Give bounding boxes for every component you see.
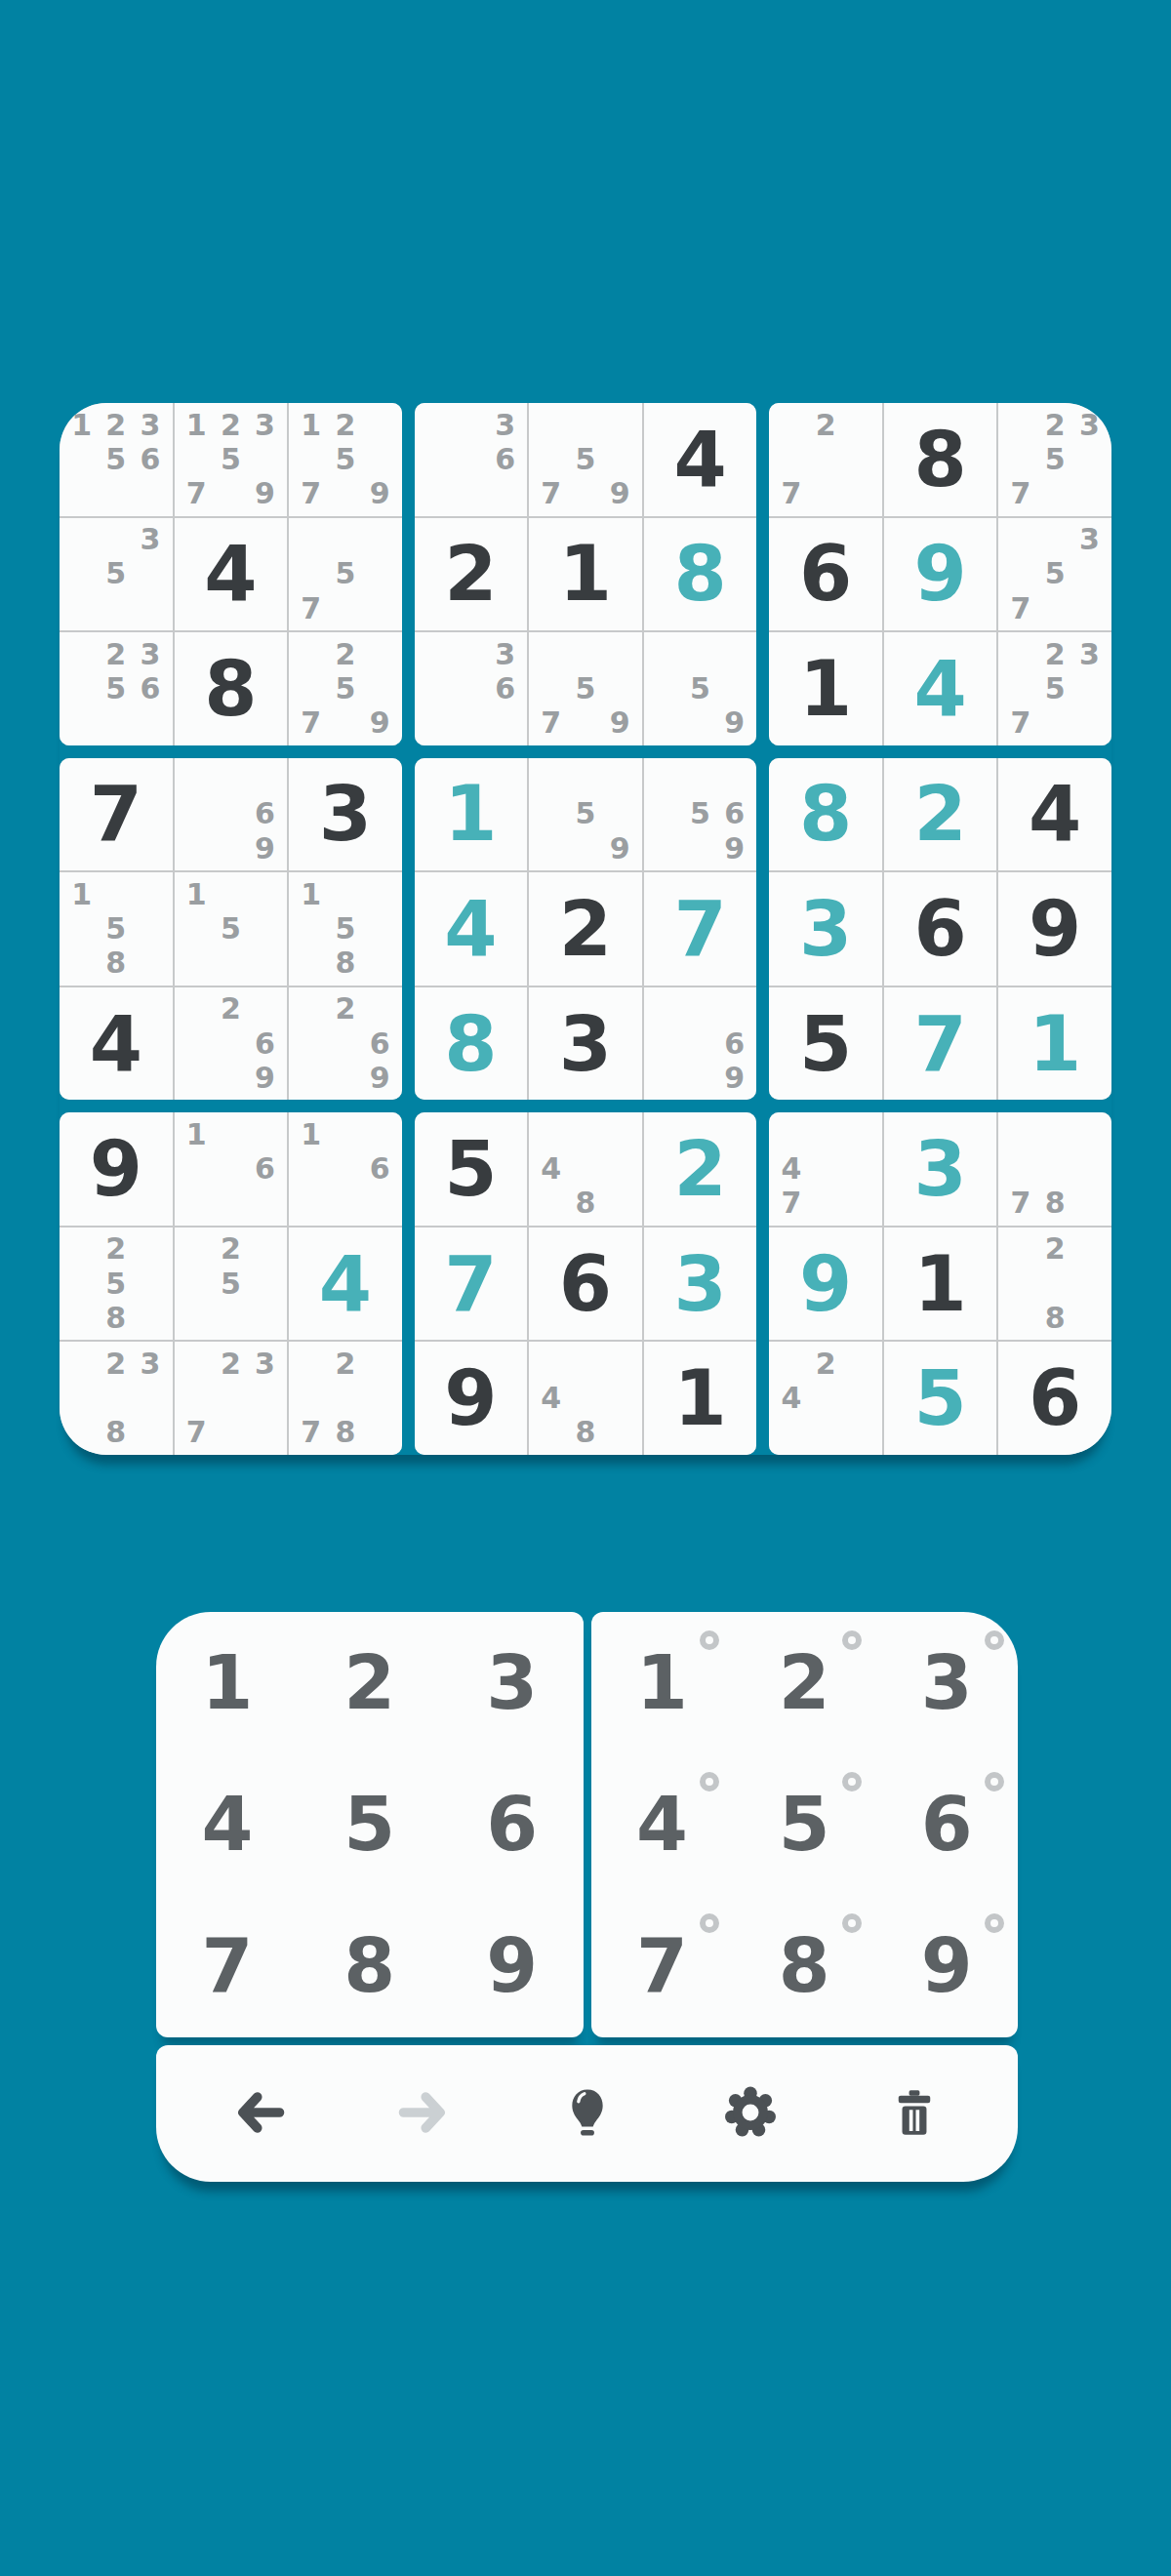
note-digit: 5 (568, 442, 602, 476)
cell-r8c6[interactable]: 3 (644, 1228, 757, 1341)
cell-r4c6[interactable]: 569 (644, 758, 757, 871)
note-digit (534, 831, 568, 865)
note-digit (328, 1152, 362, 1187)
cell-r1c4[interactable]: 36 (415, 403, 528, 516)
note-digit (180, 1026, 214, 1061)
note-digit: 1 (294, 1117, 328, 1151)
note-digit (362, 523, 396, 557)
note-digit (133, 591, 167, 625)
pencil-notes: 2357 (1003, 408, 1107, 511)
note-digit: 7 (774, 1187, 808, 1221)
cell-r3c4[interactable]: 36 (415, 632, 528, 745)
cell-r2c2[interactable]: 4 (175, 518, 288, 631)
note-digit (420, 705, 454, 740)
note-ring-icon (842, 1772, 862, 1791)
note-digit (133, 1267, 167, 1301)
note-digit (683, 1026, 717, 1061)
undo-arrow-icon (232, 2088, 287, 2140)
pad-digit: 2 (779, 1646, 830, 1720)
note-digit: 9 (603, 831, 637, 865)
cell-r8c1[interactable]: 258 (60, 1228, 173, 1341)
note-digit (683, 1061, 717, 1095)
notepad-key-7[interactable]: 7 (591, 1896, 734, 2037)
pencil-notes: 36 (420, 408, 523, 511)
cell-r3c8[interactable]: 4 (884, 632, 997, 745)
cell-r8c5[interactable]: 6 (529, 1228, 642, 1341)
note-digit (809, 1117, 843, 1151)
note-digit (180, 797, 214, 831)
given-digit: 9 (1029, 891, 1081, 967)
note-digit (214, 1382, 248, 1416)
note-digit (328, 591, 362, 625)
note-digit: 8 (568, 1187, 602, 1221)
given-digit: 6 (914, 891, 967, 967)
cell-r6c3[interactable]: 269 (289, 987, 402, 1101)
note-digit (248, 992, 282, 1026)
note-digit: 8 (1038, 1187, 1072, 1221)
redo-button[interactable] (392, 2082, 455, 2145)
cell-r7c9[interactable]: 78 (998, 1112, 1111, 1226)
note-digit: 6 (133, 671, 167, 705)
note-digit: 2 (99, 1347, 133, 1381)
cell-r3c9[interactable]: 2357 (998, 632, 1111, 745)
note-digit (568, 831, 602, 865)
note-digit (64, 1301, 99, 1335)
note-digit: 5 (214, 442, 248, 476)
cell-r1c1[interactable]: 12356 (60, 403, 173, 516)
note-digit (64, 1382, 99, 1416)
note-digit (1072, 1301, 1107, 1335)
note-digit (420, 637, 454, 671)
note-digit: 5 (683, 671, 717, 705)
cell-r2c4[interactable]: 2 (415, 518, 528, 631)
cell-r5c5[interactable]: 2 (529, 872, 642, 986)
cell-r8c7[interactable]: 9 (769, 1228, 882, 1341)
cell-r5c4[interactable]: 4 (415, 872, 528, 986)
cell-r3c3[interactable]: 2579 (289, 632, 402, 745)
note-digit: 1 (180, 408, 214, 442)
cell-r6c1[interactable]: 4 (60, 987, 173, 1101)
note-digit: 9 (248, 1061, 282, 1095)
given-digit: 3 (319, 776, 372, 852)
note-digit (362, 877, 396, 911)
cell-r4c8[interactable]: 2 (884, 758, 997, 871)
cell-r1c7[interactable]: 27 (769, 403, 882, 516)
note-digit (180, 831, 214, 865)
cell-r6c4[interactable]: 8 (415, 987, 528, 1101)
note-digit (649, 637, 683, 671)
cell-r5c9[interactable]: 9 (998, 872, 1111, 986)
given-digit: 4 (90, 1006, 142, 1082)
cell-r6c6[interactable]: 69 (644, 987, 757, 1101)
numpad-key-3[interactable]: 3 (441, 1612, 584, 1753)
cell-r4c5[interactable]: 59 (529, 758, 642, 871)
note-digit: 3 (133, 408, 167, 442)
note-digit (534, 1117, 568, 1151)
note-digit (568, 1382, 602, 1416)
cell-r2c6[interactable]: 8 (644, 518, 757, 631)
given-digit: 2 (559, 891, 612, 967)
cell-r2c7[interactable]: 6 (769, 518, 882, 631)
pencil-notes: 2579 (294, 637, 397, 741)
note-digit: 7 (774, 476, 808, 510)
numpad-key-1[interactable]: 1 (156, 1612, 299, 1753)
numpad-key-9[interactable]: 9 (441, 1896, 584, 2037)
numpad-key-6[interactable]: 6 (441, 1753, 584, 1895)
note-digit (133, 476, 167, 510)
note-digit (214, 476, 248, 510)
note-ring-icon (700, 1772, 719, 1791)
cell-r6c2[interactable]: 269 (175, 987, 288, 1101)
note-digit (180, 1061, 214, 1095)
note-digit (774, 408, 808, 442)
cell-r7c4[interactable]: 5 (415, 1112, 528, 1226)
cell-r9c1[interactable]: 238 (60, 1342, 173, 1455)
cell-r4c9[interactable]: 4 (998, 758, 1111, 871)
note-digit: 5 (328, 442, 362, 476)
note-digit: 7 (1003, 591, 1037, 625)
notepad-key-2[interactable]: 2 (733, 1612, 875, 1753)
note-digit (133, 946, 167, 981)
note-digit: 3 (1072, 408, 1107, 442)
pencil-notes: 59 (534, 763, 637, 866)
cell-r9c3[interactable]: 278 (289, 1342, 402, 1455)
cell-r1c9[interactable]: 2357 (998, 403, 1111, 516)
cell-r5c6[interactable]: 7 (644, 872, 757, 986)
note-digit (603, 763, 637, 797)
pencil-notes: 16 (180, 1117, 283, 1221)
cell-r1c5[interactable]: 579 (529, 403, 642, 516)
cell-r3c1[interactable]: 2356 (60, 632, 173, 745)
note-digit (180, 763, 214, 797)
note-digit: 9 (362, 705, 396, 740)
note-digit: 5 (99, 911, 133, 946)
cell-r7c5[interactable]: 48 (529, 1112, 642, 1226)
note-ring-icon (700, 1913, 719, 1933)
cell-r7c8[interactable]: 3 (884, 1112, 997, 1226)
entered-digit: 2 (914, 776, 967, 852)
given-digit: 5 (444, 1131, 497, 1207)
notepad-key-1[interactable]: 1 (591, 1612, 734, 1753)
cell-r9c6[interactable]: 1 (644, 1342, 757, 1455)
notepad-key-4[interactable]: 4 (591, 1753, 734, 1895)
cell-r9c8[interactable]: 5 (884, 1342, 997, 1455)
cell-r4c1[interactable]: 7 (60, 758, 173, 871)
note-digit (843, 1347, 877, 1381)
note-digit (99, 705, 133, 740)
cell-r9c9[interactable]: 6 (998, 1342, 1111, 1455)
cell-r1c3[interactable]: 12579 (289, 403, 402, 516)
cell-r2c5[interactable]: 1 (529, 518, 642, 631)
note-digit (362, 946, 396, 981)
pencil-notes: 238 (64, 1347, 168, 1450)
note-digit: 5 (99, 442, 133, 476)
entered-digit: 9 (799, 1246, 852, 1322)
note-digit: 7 (1003, 1187, 1037, 1221)
notepad-key-8[interactable]: 8 (733, 1896, 875, 2037)
note-digit: 2 (1038, 637, 1072, 671)
note-digit: 6 (488, 442, 522, 476)
cell-r6c5[interactable]: 3 (529, 987, 642, 1101)
note-digit (64, 442, 99, 476)
note-digit: 2 (214, 408, 248, 442)
entered-digit: 5 (914, 1360, 967, 1436)
note-digit (809, 1416, 843, 1450)
cell-r1c8[interactable]: 8 (884, 403, 997, 516)
cell-r3c6[interactable]: 59 (644, 632, 757, 745)
note-digit (649, 992, 683, 1026)
note-digit (362, 637, 396, 671)
settings-button[interactable] (719, 2082, 782, 2145)
cell-r9c2[interactable]: 237 (175, 1342, 288, 1455)
cell-r3c7[interactable]: 1 (769, 632, 882, 745)
cell-r9c4[interactable]: 9 (415, 1342, 528, 1455)
note-digit (454, 476, 488, 510)
note-digit (568, 705, 602, 740)
cell-r9c5[interactable]: 48 (529, 1342, 642, 1455)
note-digit (454, 408, 488, 442)
note-digit (488, 476, 522, 510)
note-digit: 8 (99, 1301, 133, 1335)
cell-r8c8[interactable]: 1 (884, 1228, 997, 1341)
cell-r2c1[interactable]: 35 (60, 518, 173, 631)
note-digit (180, 1347, 214, 1381)
note-digit: 9 (603, 705, 637, 740)
note-digit: 6 (248, 1026, 282, 1061)
note-digit: 3 (133, 637, 167, 671)
pencil-notes: 15 (180, 877, 283, 981)
note-digit (603, 797, 637, 831)
note-digit: 9 (248, 831, 282, 865)
pencil-notes: 47 (774, 1117, 877, 1221)
note-digit: 9 (603, 476, 637, 510)
cell-r7c6[interactable]: 2 (644, 1112, 757, 1226)
note-digit (454, 671, 488, 705)
given-digit: 7 (90, 776, 142, 852)
note-digit (603, 408, 637, 442)
note-digit (1038, 1117, 1072, 1151)
given-digit: 4 (1029, 776, 1081, 852)
entered-digit: 4 (444, 891, 497, 967)
note-digit (649, 671, 683, 705)
cell-r6c9[interactable]: 1 (998, 987, 1111, 1101)
note-digit (248, 1232, 282, 1267)
note-digit (294, 1061, 328, 1095)
delete-button[interactable] (883, 2082, 946, 2145)
note-digit: 5 (1038, 442, 1072, 476)
note-digit (328, 1026, 362, 1061)
note-digit (1003, 1117, 1037, 1151)
note-digit: 2 (214, 1347, 248, 1381)
numpad-key-5[interactable]: 5 (299, 1753, 441, 1895)
note-digit (843, 408, 877, 442)
cell-r4c2[interactable]: 69 (175, 758, 288, 871)
pencil-notes: 36 (420, 637, 523, 741)
note-digit: 5 (568, 797, 602, 831)
cell-r6c8[interactable]: 7 (884, 987, 997, 1101)
note-digit (180, 442, 214, 476)
cell-r1c6[interactable]: 4 (644, 403, 757, 516)
note-digit (1003, 1267, 1037, 1301)
cell-r5c2[interactable]: 15 (175, 872, 288, 986)
note-digit (64, 911, 99, 946)
note-digit (180, 1267, 214, 1301)
cell-r5c3[interactable]: 158 (289, 872, 402, 986)
note-digit (64, 557, 99, 591)
note-digit (180, 911, 214, 946)
note-digit (64, 523, 99, 557)
note-digit (133, 1232, 167, 1267)
note-digit (180, 946, 214, 981)
entered-digit: 8 (799, 776, 852, 852)
numpad-key-4[interactable]: 4 (156, 1753, 299, 1895)
block-9: 4737891282456 (769, 1112, 1111, 1455)
note-digit (99, 476, 133, 510)
note-digit (1038, 1152, 1072, 1187)
note-digit (362, 557, 396, 591)
cell-r2c8[interactable]: 9 (884, 518, 997, 631)
hint-button[interactable] (556, 2082, 619, 2145)
note-digit (362, 1117, 396, 1151)
numpad-key-8[interactable]: 8 (299, 1896, 441, 2037)
cell-r3c2[interactable]: 8 (175, 632, 288, 745)
cell-r5c7[interactable]: 3 (769, 872, 882, 986)
note-digit (248, 1301, 282, 1335)
cell-r3c5[interactable]: 579 (529, 632, 642, 745)
note-digit (534, 671, 568, 705)
note-digit (683, 705, 717, 740)
note-digit (568, 1117, 602, 1151)
cell-r4c4[interactable]: 1 (415, 758, 528, 871)
notepad-key-6[interactable]: 6 (875, 1753, 1018, 1895)
cell-r5c8[interactable]: 6 (884, 872, 997, 986)
block-1: 123561235791257935457235682579 (60, 403, 402, 745)
note-digit (774, 1416, 808, 1450)
pencil-notes: 48 (534, 1117, 637, 1221)
cell-r7c3[interactable]: 16 (289, 1112, 402, 1226)
note-digit (649, 705, 683, 740)
cell-r2c3[interactable]: 57 (289, 518, 402, 631)
note-digit (683, 992, 717, 1026)
note-digit: 5 (328, 671, 362, 705)
cell-r1c2[interactable]: 123579 (175, 403, 288, 516)
numpad-notes: 123456789 (591, 1612, 1019, 2037)
note-digit (362, 992, 396, 1026)
note-digit (1072, 705, 1107, 740)
block-2: 3657942183657959 (415, 403, 757, 745)
note-digit (362, 1382, 396, 1416)
given-digit: 1 (673, 1360, 726, 1436)
note-digit: 4 (534, 1382, 568, 1416)
given-digit: 1 (914, 1246, 967, 1322)
note-digit (214, 1301, 248, 1335)
cell-r8c3[interactable]: 4 (289, 1228, 402, 1341)
note-digit (774, 1117, 808, 1151)
note-digit (214, 831, 248, 865)
cell-r4c7[interactable]: 8 (769, 758, 882, 871)
note-digit: 5 (1038, 557, 1072, 591)
notepad-key-3[interactable]: 3 (875, 1612, 1018, 1753)
note-digit (248, 442, 282, 476)
cell-r4c3[interactable]: 3 (289, 758, 402, 871)
cell-r9c7[interactable]: 24 (769, 1342, 882, 1455)
note-digit (133, 877, 167, 911)
note-digit: 4 (774, 1152, 808, 1187)
note-digit (603, 1117, 637, 1151)
note-digit (454, 442, 488, 476)
note-digit: 4 (774, 1382, 808, 1416)
note-digit: 8 (568, 1416, 602, 1450)
note-digit: 7 (294, 1416, 328, 1450)
note-digit: 7 (1003, 705, 1037, 740)
cell-r8c2[interactable]: 25 (175, 1228, 288, 1341)
note-digit (294, 557, 328, 591)
pencil-notes: 27 (774, 408, 877, 511)
numpad-key-7[interactable]: 7 (156, 1896, 299, 2037)
undo-button[interactable] (228, 2082, 291, 2145)
note-digit (774, 1347, 808, 1381)
cell-r5c1[interactable]: 158 (60, 872, 173, 986)
note-digit (1072, 591, 1107, 625)
pencil-notes: 123579 (180, 408, 283, 511)
note-digit (420, 476, 454, 510)
given-digit: 6 (1029, 1360, 1081, 1436)
note-digit (603, 671, 637, 705)
note-digit (1072, 442, 1107, 476)
cell-r8c9[interactable]: 28 (998, 1228, 1111, 1341)
note-ring-icon (985, 1630, 1004, 1650)
note-digit: 3 (133, 1347, 167, 1381)
note-digit (133, 1416, 167, 1450)
note-digit: 2 (809, 408, 843, 442)
note-digit: 7 (180, 476, 214, 510)
pencil-notes: 579 (534, 637, 637, 741)
notepad-key-9[interactable]: 9 (875, 1896, 1018, 2037)
note-digit (454, 637, 488, 671)
note-digit (99, 523, 133, 557)
note-digit (603, 1347, 637, 1381)
cell-r7c2[interactable]: 16 (175, 1112, 288, 1226)
cell-r8c4[interactable]: 7 (415, 1228, 528, 1341)
cell-r6c7[interactable]: 5 (769, 987, 882, 1101)
cell-r7c1[interactable]: 9 (60, 1112, 173, 1226)
note-digit: 5 (328, 557, 362, 591)
note-digit (362, 591, 396, 625)
entered-digit: 3 (673, 1246, 726, 1322)
note-ring-icon (985, 1772, 1004, 1791)
note-digit (214, 763, 248, 797)
note-digit: 2 (99, 408, 133, 442)
numpad-key-2[interactable]: 2 (299, 1612, 441, 1753)
note-digit: 6 (717, 1026, 751, 1061)
notepad-key-5[interactable]: 5 (733, 1753, 875, 1895)
note-digit: 3 (1072, 637, 1107, 671)
given-digit: 6 (799, 536, 852, 612)
pencil-notes: 158 (294, 877, 397, 981)
entered-digit: 9 (914, 536, 967, 612)
note-digit: 3 (248, 1347, 282, 1381)
cell-r2c9[interactable]: 357 (998, 518, 1111, 631)
note-digit (1072, 1187, 1107, 1221)
cell-r7c7[interactable]: 47 (769, 1112, 882, 1226)
block-8: 54827639481 (415, 1112, 757, 1455)
note-digit (568, 408, 602, 442)
entered-digit: 7 (673, 891, 726, 967)
pencil-notes: 269 (180, 992, 283, 1096)
note-digit: 2 (99, 1232, 133, 1267)
note-digit: 5 (568, 671, 602, 705)
note-digit: 9 (717, 705, 751, 740)
